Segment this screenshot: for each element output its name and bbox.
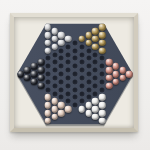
hole[interactable] <box>100 87 105 92</box>
marble-white[interactable] <box>99 118 106 125</box>
marble-silver[interactable] <box>58 40 65 47</box>
hole[interactable] <box>86 87 91 92</box>
marble-white[interactable] <box>99 110 106 117</box>
hole[interactable] <box>86 64 91 69</box>
hole[interactable] <box>86 72 91 77</box>
marble-salmon[interactable] <box>106 59 113 66</box>
marble-black[interactable] <box>38 59 45 66</box>
hole[interactable] <box>45 72 50 77</box>
hole[interactable] <box>79 68 84 73</box>
marble-black[interactable] <box>38 82 45 89</box>
marble-salmon[interactable] <box>113 63 120 70</box>
marble-highlight <box>38 67 45 74</box>
marble-highlight <box>106 82 113 89</box>
marble-highlight <box>58 102 65 109</box>
hole[interactable] <box>86 56 91 61</box>
marble-silver[interactable] <box>58 32 65 39</box>
hole[interactable] <box>79 75 84 80</box>
hole[interactable] <box>66 99 71 104</box>
hole[interactable] <box>93 68 98 73</box>
marble-highlight <box>92 98 99 105</box>
marble-black[interactable] <box>31 63 38 70</box>
marble-highlight <box>92 28 99 35</box>
marble-salmon[interactable] <box>119 67 126 74</box>
marble-blush[interactable] <box>51 114 58 121</box>
hole[interactable] <box>100 56 105 61</box>
marble-blush[interactable] <box>51 98 58 105</box>
hole[interactable] <box>45 56 50 61</box>
hole[interactable] <box>52 60 57 65</box>
hole[interactable] <box>52 83 57 88</box>
marble-white[interactable] <box>99 94 106 101</box>
marble-highlight <box>79 106 86 113</box>
marble-highlight <box>31 79 38 86</box>
marble-highlight <box>45 94 52 101</box>
hole[interactable] <box>73 103 78 108</box>
marble-white[interactable] <box>92 98 99 105</box>
marble-blush[interactable] <box>58 102 65 109</box>
hole[interactable] <box>86 79 91 84</box>
marble-highlight <box>65 106 72 113</box>
hole[interactable] <box>73 56 78 61</box>
marble-black[interactable] <box>38 67 45 74</box>
marble-gold[interactable] <box>79 36 86 43</box>
marble-silver[interactable] <box>45 24 52 31</box>
hole[interactable] <box>100 64 105 69</box>
marble-highlight <box>119 67 126 74</box>
hole[interactable] <box>66 44 71 49</box>
hole[interactable] <box>45 79 50 84</box>
marble-black[interactable] <box>31 71 38 78</box>
marble-gold[interactable] <box>99 32 106 39</box>
marble-highlight <box>31 63 38 70</box>
marble-highlight <box>38 82 45 89</box>
marble-highlight <box>45 110 52 117</box>
hole[interactable] <box>52 91 57 96</box>
wall-photo <box>0 0 150 150</box>
hole[interactable] <box>100 79 105 84</box>
marble-highlight <box>51 114 58 121</box>
marble-salmon[interactable] <box>106 75 113 82</box>
marble-highlight <box>51 28 58 35</box>
hole[interactable] <box>93 52 98 57</box>
hole[interactable] <box>59 64 64 69</box>
hole[interactable] <box>66 83 71 88</box>
marble-highlight <box>31 71 38 78</box>
marble-highlight <box>92 43 99 50</box>
marble-highlight <box>106 67 113 74</box>
marble-highlight <box>38 75 45 82</box>
marble-highlight <box>38 59 45 66</box>
marble-highlight <box>92 106 99 113</box>
marble-highlight <box>99 118 106 125</box>
hole[interactable] <box>73 40 78 45</box>
hole[interactable] <box>66 91 71 96</box>
marble-highlight <box>17 71 24 78</box>
marble-silver[interactable] <box>45 40 52 47</box>
marble-highlight <box>85 110 92 117</box>
marble-highlight <box>51 106 58 113</box>
hole[interactable] <box>59 87 64 92</box>
marble-highlight <box>51 36 58 43</box>
marble-gold[interactable] <box>99 24 106 31</box>
marble-highlight <box>45 24 52 31</box>
marble-highlight <box>45 40 52 47</box>
marble-black[interactable] <box>31 79 38 86</box>
marble-highlight <box>58 110 65 117</box>
marble-highlight <box>119 75 126 82</box>
marble-highlight <box>45 118 52 125</box>
marble-silver[interactable] <box>51 28 58 35</box>
hole[interactable] <box>66 52 71 57</box>
marble-salmon[interactable] <box>106 67 113 74</box>
marble-highlight <box>113 71 120 78</box>
marble-white[interactable] <box>92 106 99 113</box>
marble-highlight <box>126 71 133 78</box>
hole[interactable] <box>100 72 105 77</box>
board-cells <box>0 0 150 150</box>
marble-salmon[interactable] <box>113 71 120 78</box>
marble-blush[interactable] <box>45 94 52 101</box>
marble-highlight <box>92 36 99 43</box>
marble-highlight <box>24 75 31 82</box>
hole[interactable] <box>59 79 64 84</box>
marble-blush[interactable] <box>58 110 65 117</box>
marble-silver[interactable] <box>51 43 58 50</box>
hole[interactable] <box>59 48 64 53</box>
marble-silver[interactable] <box>65 36 72 43</box>
marble-white[interactable] <box>85 102 92 109</box>
marble-gold[interactable] <box>99 40 106 47</box>
hole[interactable] <box>79 99 84 104</box>
hole[interactable] <box>79 44 84 49</box>
hole[interactable] <box>79 91 84 96</box>
marble-black[interactable] <box>24 75 31 82</box>
marble-silver[interactable] <box>45 47 52 54</box>
hole[interactable] <box>59 95 64 100</box>
marble-blush[interactable] <box>45 110 52 117</box>
marble-highlight <box>45 102 52 109</box>
hole[interactable] <box>79 60 84 65</box>
marble-white[interactable] <box>92 114 99 121</box>
marble-blush[interactable] <box>45 102 52 109</box>
marble-highlight <box>45 47 52 54</box>
marble-highlight <box>99 102 106 109</box>
hole[interactable] <box>66 75 71 80</box>
hole[interactable] <box>93 83 98 88</box>
marble-highlight <box>58 32 65 39</box>
marble-blush[interactable] <box>65 106 72 113</box>
hole[interactable] <box>93 75 98 80</box>
marble-highlight <box>99 24 106 31</box>
hole[interactable] <box>59 72 64 77</box>
marble-white[interactable] <box>79 106 86 113</box>
marble-highlight <box>99 110 106 117</box>
marble-highlight <box>99 94 106 101</box>
marble-highlight <box>65 36 72 43</box>
marble-highlight <box>92 114 99 121</box>
hole[interactable] <box>73 87 78 92</box>
marble-silver[interactable] <box>45 32 52 39</box>
hole[interactable] <box>59 56 64 61</box>
marble-highlight <box>85 40 92 47</box>
hole[interactable] <box>52 75 57 80</box>
marble-highlight <box>113 79 120 86</box>
hole[interactable] <box>45 87 50 92</box>
marble-gold[interactable] <box>92 28 99 35</box>
hole[interactable] <box>45 64 50 69</box>
hole[interactable] <box>93 91 98 96</box>
hole[interactable] <box>66 68 71 73</box>
hole[interactable] <box>93 60 98 65</box>
marble-black[interactable] <box>17 71 24 78</box>
hole[interactable] <box>86 48 91 53</box>
marble-highlight <box>99 40 106 47</box>
hole[interactable] <box>73 95 78 100</box>
marble-salmon[interactable] <box>113 79 120 86</box>
marble-gold[interactable] <box>85 32 92 39</box>
marble-highlight <box>106 59 113 66</box>
marble-salmon[interactable] <box>126 71 133 78</box>
hole[interactable] <box>52 52 57 57</box>
marble-highlight <box>106 75 113 82</box>
marble-highlight <box>99 47 106 54</box>
hole[interactable] <box>79 83 84 88</box>
hole[interactable] <box>73 72 78 77</box>
hole[interactable] <box>73 79 78 84</box>
marble-highlight <box>99 32 106 39</box>
marble-gold[interactable] <box>92 43 99 50</box>
marble-highlight <box>85 102 92 109</box>
marble-blush[interactable] <box>45 118 52 125</box>
marble-salmon[interactable] <box>119 75 126 82</box>
hole[interactable] <box>79 52 84 57</box>
hole[interactable] <box>66 60 71 65</box>
marble-highlight <box>79 36 86 43</box>
marble-salmon[interactable] <box>106 82 113 89</box>
marble-black[interactable] <box>38 75 45 82</box>
marble-black[interactable] <box>24 67 31 74</box>
marble-gold[interactable] <box>92 36 99 43</box>
marble-white[interactable] <box>85 110 92 117</box>
marble-highlight <box>51 43 58 50</box>
marble-highlight <box>58 40 65 47</box>
hole[interactable] <box>73 64 78 69</box>
marble-highlight <box>85 32 92 39</box>
marble-white[interactable] <box>99 102 106 109</box>
hole[interactable] <box>86 95 91 100</box>
hole[interactable] <box>52 68 57 73</box>
marble-highlight <box>45 32 52 39</box>
marble-blush[interactable] <box>51 106 58 113</box>
marble-highlight <box>51 98 58 105</box>
marble-highlight <box>24 67 31 74</box>
marble-gold[interactable] <box>85 40 92 47</box>
marble-highlight <box>113 63 120 70</box>
hole[interactable] <box>73 48 78 53</box>
marble-gold[interactable] <box>99 47 106 54</box>
marble-silver[interactable] <box>51 36 58 43</box>
